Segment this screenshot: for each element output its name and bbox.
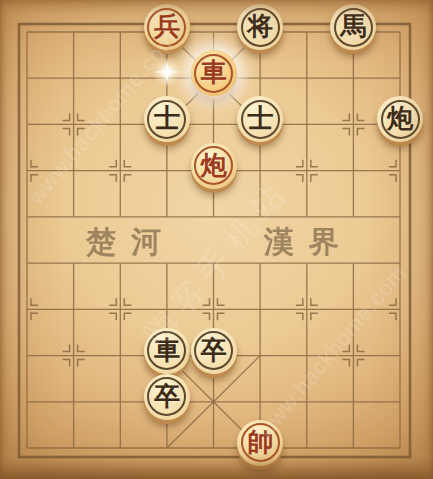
piece-glyph: 帥 [247, 430, 273, 456]
piece-glyph: 車 [154, 338, 180, 364]
piece-black-chariot[interactable]: 車 [144, 328, 190, 374]
piece-black-general[interactable]: 将 [237, 4, 283, 50]
piece-red-cannon[interactable]: 炮 [191, 143, 237, 189]
piece-glyph: 車 [201, 60, 227, 86]
piece-glyph: 兵 [154, 14, 180, 40]
piece-glyph: 馬 [340, 14, 366, 40]
piece-glyph: 卒 [154, 384, 180, 410]
piece-black-horse[interactable]: 馬 [330, 4, 376, 50]
piece-red-soldier[interactable]: 兵 [144, 4, 190, 50]
piece-black-advisor[interactable]: 士 [144, 96, 190, 142]
xiangqi-board[interactable]: 楚河 漢界 兵将馬車士士炮炮車卒卒帥 www.hackhome.com 嗨客手机… [0, 0, 433, 479]
piece-glyph: 将 [247, 14, 273, 40]
piece-black-soldier[interactable]: 卒 [191, 328, 237, 374]
last-move-origin-marker [150, 55, 184, 89]
piece-black-advisor[interactable]: 士 [237, 96, 283, 142]
piece-black-soldier[interactable]: 卒 [144, 374, 190, 420]
piece-glyph: 士 [154, 106, 180, 132]
piece-glyph: 炮 [201, 153, 227, 179]
piece-glyph: 卒 [201, 338, 227, 364]
piece-glyph: 炮 [387, 106, 413, 132]
piece-red-general[interactable]: 帥 [237, 420, 283, 466]
piece-black-cannon[interactable]: 炮 [377, 96, 423, 142]
piece-grid: 兵将馬車士士炮炮車卒卒帥 [4, 9, 424, 471]
piece-red-chariot[interactable]: 車 [191, 50, 237, 96]
piece-glyph: 士 [247, 106, 273, 132]
